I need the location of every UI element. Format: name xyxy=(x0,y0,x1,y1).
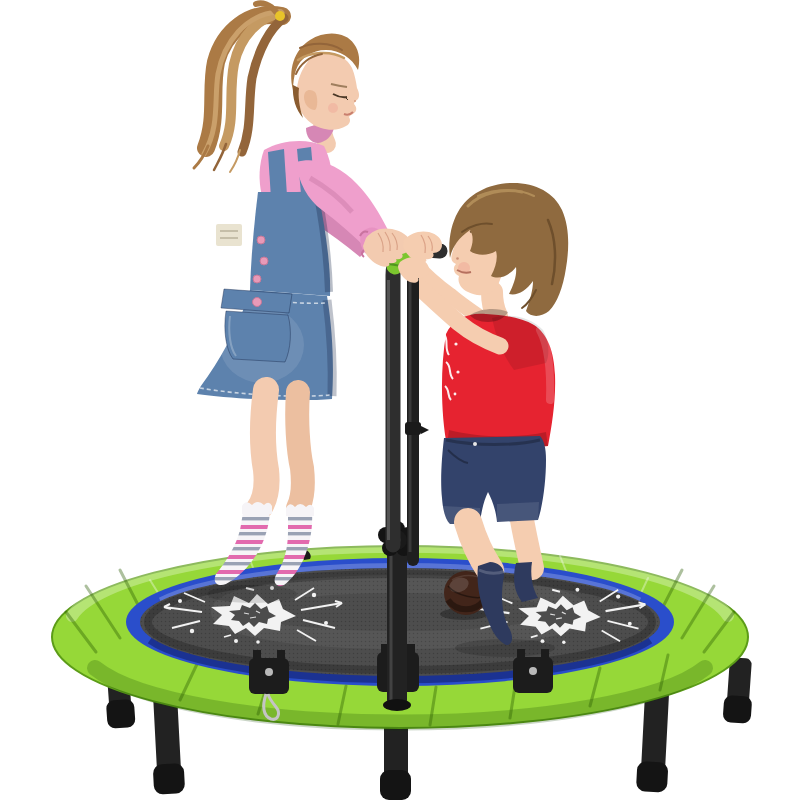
girl-overall-button xyxy=(257,236,265,244)
girl-blush xyxy=(328,103,338,113)
girl-overall-strap xyxy=(268,149,287,199)
girl-pocket-button xyxy=(253,298,262,307)
boy-shorts-cuff xyxy=(497,502,539,522)
girl-ponytail xyxy=(194,3,284,172)
hinge-pin xyxy=(265,668,273,676)
boy-shorts-tag xyxy=(473,442,477,446)
leg-foot xyxy=(153,763,186,795)
boy-front-leg xyxy=(468,522,490,570)
girl-back-sock-cuff xyxy=(286,504,314,516)
girl-shadow xyxy=(207,585,297,603)
girl-back-leg xyxy=(297,392,303,508)
girl-skirt-shade xyxy=(327,300,332,396)
boy-back-leg xyxy=(522,520,532,568)
girl xyxy=(194,3,388,586)
girl-hair-tie xyxy=(275,11,285,21)
boy-nostril xyxy=(456,257,459,260)
column-base xyxy=(383,699,411,711)
girl-front-leg xyxy=(258,390,267,510)
leg-foot xyxy=(636,761,669,793)
leg-foot xyxy=(380,770,411,800)
girl-overall-button xyxy=(253,275,261,283)
leg-foot xyxy=(106,699,136,729)
product-photo-stage: Two young children playing on a round mi… xyxy=(0,0,800,800)
clamp-lever xyxy=(421,426,429,434)
girl-overall-label xyxy=(216,224,242,246)
hinge-pin xyxy=(529,667,537,675)
girl-overall-button xyxy=(260,257,268,265)
girl-front-sock-cuff xyxy=(242,502,272,514)
girl-nostril xyxy=(354,100,356,102)
leg-foot xyxy=(722,695,752,724)
trampoline-product-photo: Two young children playing on a round mi… xyxy=(0,0,800,800)
tube-clamp xyxy=(405,422,421,435)
